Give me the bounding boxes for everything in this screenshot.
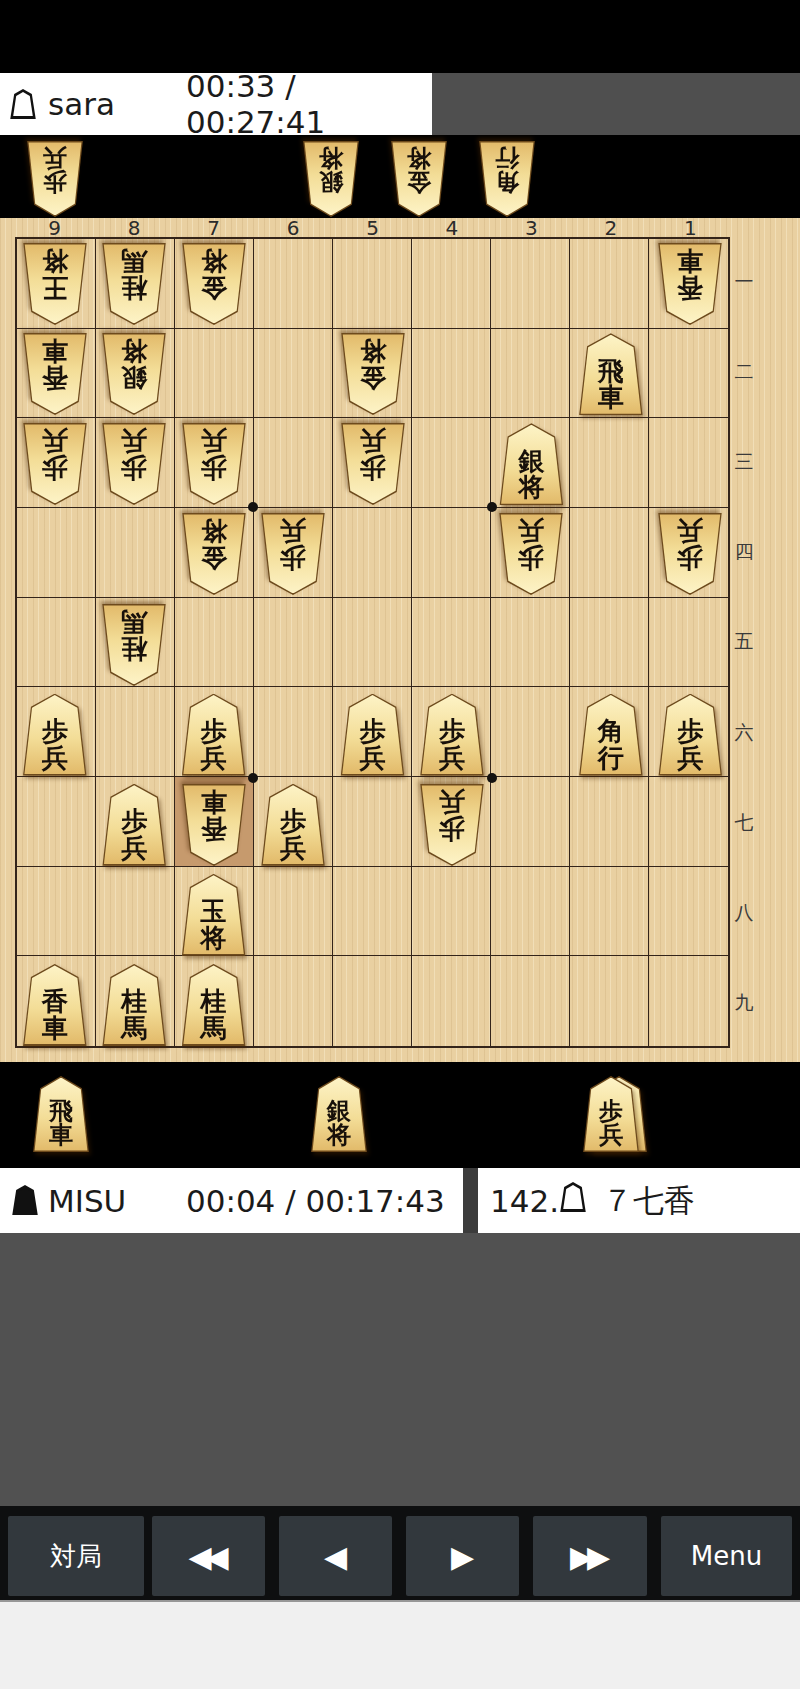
piece-角行-26[interactable]: 角行 <box>578 694 644 776</box>
piece-歩兵-87[interactable]: 歩兵 <box>101 784 167 866</box>
square-3-6[interactable] <box>491 687 570 777</box>
square-2-1[interactable] <box>570 239 649 329</box>
square-9-5[interactable] <box>17 598 96 688</box>
piece-飛車-22[interactable]: 飛車 <box>578 333 644 415</box>
player-bar-sente: MISU 00:04 / 00:17:43 142. ７七香 <box>0 1168 800 1233</box>
game-label: 対局 <box>50 1539 102 1574</box>
file-label-6: 6 <box>253 218 332 238</box>
rewind-start-label: ◀◀ <box>188 1539 228 1574</box>
move-number: 142. <box>490 1168 559 1233</box>
square-6-3[interactable] <box>254 418 333 508</box>
piece-歩兵-16[interactable]: 歩兵 <box>657 694 723 776</box>
square-3-9[interactable] <box>491 956 570 1046</box>
square-5-1[interactable] <box>333 239 412 329</box>
player-bar-gote: sara 00:33 / 00:27:41 <box>0 73 800 135</box>
ad-area <box>0 1600 800 1689</box>
piece-歩兵-67[interactable]: 歩兵 <box>260 784 326 866</box>
file-labels: 987654321 <box>15 218 730 238</box>
file-label-4: 4 <box>412 218 491 238</box>
komadai-gote: 歩兵銀将金将角行 <box>0 135 800 218</box>
rank-label: 九 <box>731 990 757 1016</box>
move-display: 142. ７七香 <box>478 1168 800 1233</box>
square-3-1[interactable] <box>491 239 570 329</box>
rank-label: 一 <box>731 269 757 295</box>
player-name-sente: MISU <box>48 1168 126 1233</box>
piece-香車-92[interactable]: 香車 <box>22 333 88 415</box>
file-label-2: 2 <box>571 218 650 238</box>
square-9-4[interactable] <box>17 508 96 598</box>
step-forward-label: ▶ <box>451 1539 474 1574</box>
rank-labels: 一二三四五六七八九 <box>731 237 757 1048</box>
square-1-9[interactable] <box>649 956 728 1046</box>
square-1-5[interactable] <box>649 598 728 688</box>
menu-button[interactable]: Menu <box>661 1516 792 1596</box>
square-6-8[interactable] <box>254 867 333 957</box>
square-8-4[interactable] <box>96 508 175 598</box>
game-button[interactable]: 対局 <box>8 1516 144 1596</box>
square-3-8[interactable] <box>491 867 570 957</box>
piece-歩兵-47[interactable]: 歩兵 <box>419 784 485 866</box>
piece-香車-11[interactable]: 香車 <box>657 243 723 325</box>
piece-歩兵-46[interactable]: 歩兵 <box>419 694 485 776</box>
square-7-2[interactable] <box>175 329 254 419</box>
file-label-3: 3 <box>492 218 571 238</box>
square-2-4[interactable] <box>570 508 649 598</box>
square-1-3[interactable] <box>649 418 728 508</box>
square-7-5[interactable] <box>175 598 254 688</box>
file-label-5: 5 <box>333 218 412 238</box>
piece-銀将-82[interactable]: 銀将 <box>101 333 167 415</box>
rank-label: 七 <box>731 810 757 836</box>
square-5-8[interactable] <box>333 867 412 957</box>
piece-金将-71[interactable]: 金将 <box>181 243 247 325</box>
square-1-8[interactable] <box>649 867 728 957</box>
piece-金将-52[interactable]: 金将 <box>340 333 406 415</box>
square-4-2[interactable] <box>412 329 491 419</box>
player-bar-sente-panel: MISU 00:04 / 00:17:43 <box>0 1168 463 1233</box>
square-4-5[interactable] <box>412 598 491 688</box>
square-4-3[interactable] <box>412 418 491 508</box>
rank-label: 六 <box>731 720 757 746</box>
square-2-3[interactable] <box>570 418 649 508</box>
square-6-9[interactable] <box>254 956 333 1046</box>
piece-金将-74[interactable]: 金将 <box>181 513 247 595</box>
player-bar-gote-panel: sara 00:33 / 00:27:41 <box>0 73 432 135</box>
rewind-start-button[interactable]: ◀◀ <box>152 1516 265 1596</box>
piece-歩兵-93[interactable]: 歩兵 <box>22 423 88 505</box>
square-2-5[interactable] <box>570 598 649 688</box>
menu-label: Menu <box>691 1541 762 1571</box>
file-label-1: 1 <box>651 218 730 238</box>
square-6-1[interactable] <box>254 239 333 329</box>
fast-forward-label: ▶▶ <box>570 1539 610 1574</box>
square-6-6[interactable] <box>254 687 333 777</box>
komadai-sente: 飛車銀将歩兵歩兵 <box>0 1062 800 1168</box>
square-2-8[interactable] <box>570 867 649 957</box>
piece-桂馬-85[interactable]: 桂馬 <box>101 604 167 686</box>
rank-label: 二 <box>731 359 757 385</box>
hand-sente-歩兵[interactable]: 歩兵 <box>582 1076 640 1152</box>
hoshi-dot <box>487 502 497 512</box>
toolbar: 対局◀◀◀▶▶▶Menu <box>0 1506 800 1600</box>
square-3-2[interactable] <box>491 329 570 419</box>
square-3-7[interactable] <box>491 777 570 867</box>
piece-歩兵-96[interactable]: 歩兵 <box>22 694 88 776</box>
piece-歩兵-73[interactable]: 歩兵 <box>181 423 247 505</box>
shogi-app-screen: sara 00:33 / 00:27:41 歩兵銀将金将角行 987654321… <box>0 0 800 1689</box>
rank-label: 四 <box>731 539 757 565</box>
piece-桂馬-79[interactable]: 桂馬 <box>181 964 247 1046</box>
status-band <box>0 0 800 73</box>
hand-gote-角行[interactable]: 角行 <box>478 141 536 217</box>
sente-piece-icon <box>12 1185 38 1215</box>
square-6-2[interactable] <box>254 329 333 419</box>
square-5-4[interactable] <box>333 508 412 598</box>
fast-forward-button[interactable]: ▶▶ <box>533 1516 647 1596</box>
hand-gote-歩兵[interactable]: 歩兵 <box>26 141 84 217</box>
piece-歩兵-76[interactable]: 歩兵 <box>181 694 247 776</box>
board-panel: 987654321 一二三四五六七八九 王将桂馬金将香車香車銀将金将飛車歩兵歩兵… <box>0 218 800 1062</box>
square-2-9[interactable] <box>570 956 649 1046</box>
piece-歩兵-56[interactable]: 歩兵 <box>340 694 406 776</box>
step-back-button[interactable]: ◀ <box>279 1516 392 1596</box>
move-text: ７七香 <box>602 1168 695 1233</box>
piece-桂馬-89[interactable]: 桂馬 <box>101 964 167 1046</box>
square-9-8[interactable] <box>17 867 96 957</box>
file-label-9: 9 <box>15 218 94 238</box>
square-3-5[interactable] <box>491 598 570 688</box>
square-1-2[interactable] <box>649 329 728 419</box>
file-label-8: 8 <box>94 218 173 238</box>
square-2-7[interactable] <box>570 777 649 867</box>
piece-銀将-33[interactable]: 銀将 <box>498 423 564 505</box>
square-5-9[interactable] <box>333 956 412 1046</box>
piece-香車-77[interactable]: 香車 <box>181 784 247 866</box>
piece-歩兵-14[interactable]: 歩兵 <box>657 513 723 595</box>
square-5-7[interactable] <box>333 777 412 867</box>
hoshi-dot <box>248 773 258 783</box>
square-8-6[interactable] <box>96 687 175 777</box>
square-4-1[interactable] <box>412 239 491 329</box>
hand-gote-金将[interactable]: 金将 <box>390 141 448 217</box>
piece-歩兵-34[interactable]: 歩兵 <box>498 513 564 595</box>
square-4-8[interactable] <box>412 867 491 957</box>
hand-sente-銀将[interactable]: 銀将 <box>310 1076 368 1152</box>
square-4-4[interactable] <box>412 508 491 598</box>
hand-gote-銀将[interactable]: 銀将 <box>302 141 360 217</box>
square-1-7[interactable] <box>649 777 728 867</box>
piece-玉将-78[interactable]: 玉将 <box>181 874 247 956</box>
player-name-gote: sara <box>48 73 115 135</box>
piece-歩兵-53[interactable]: 歩兵 <box>340 423 406 505</box>
square-9-7[interactable] <box>17 777 96 867</box>
square-5-5[interactable] <box>333 598 412 688</box>
square-8-8[interactable] <box>96 867 175 957</box>
file-label-7: 7 <box>174 218 253 238</box>
square-4-9[interactable] <box>412 956 491 1046</box>
piece-香車-99[interactable]: 香車 <box>22 964 88 1046</box>
hoshi-dot <box>487 773 497 783</box>
gote-piece-icon <box>10 89 36 119</box>
hand-sente-飛車[interactable]: 飛車 <box>32 1076 90 1152</box>
clock-sente: 00:04 / 00:17:43 <box>186 1168 445 1233</box>
info-panel <box>0 1233 800 1506</box>
piece-歩兵-83[interactable]: 歩兵 <box>101 423 167 505</box>
move-side-icon <box>560 1182 586 1212</box>
rank-label: 三 <box>731 449 757 475</box>
piece-歩兵-64[interactable]: 歩兵 <box>260 513 326 595</box>
square-6-5[interactable] <box>254 598 333 688</box>
piece-王将-91[interactable]: 王将 <box>22 243 88 325</box>
rank-label: 五 <box>731 629 757 655</box>
step-forward-button[interactable]: ▶ <box>406 1516 519 1596</box>
rank-label: 八 <box>731 900 757 926</box>
clock-gote: 00:33 / 00:27:41 <box>186 73 432 135</box>
piece-桂馬-81[interactable]: 桂馬 <box>101 243 167 325</box>
step-back-label: ◀ <box>324 1539 347 1574</box>
